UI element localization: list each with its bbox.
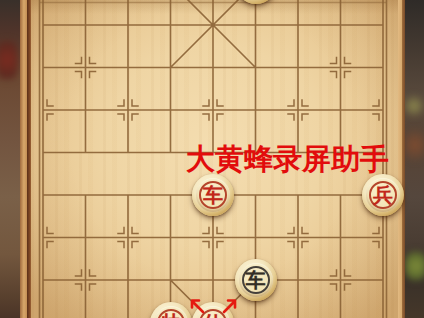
screen-recorder-watermark: 大黄蜂录屏助手	[186, 140, 389, 180]
xiangqi-screenshot: 将车兵车帅仕 大黄蜂录屏助手	[0, 0, 424, 318]
